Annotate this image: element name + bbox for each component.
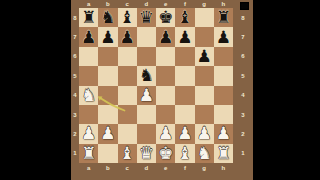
white-king[interactable]: ♚ (158, 144, 173, 161)
white-pawn[interactable]: ♟ (158, 125, 173, 142)
white-pawn[interactable]: ♟ (100, 125, 115, 142)
square-c1[interactable]: ♝ (118, 144, 137, 163)
file-label-d: d (137, 165, 156, 171)
rank-label-5: 5 (233, 66, 253, 85)
file-label-b: b (98, 165, 117, 171)
square-f1[interactable]: ♝ (175, 144, 194, 163)
square-g6[interactable]: ♟ (195, 47, 214, 66)
square-h2[interactable]: ♟ (214, 124, 233, 143)
square-f8[interactable]: ♝ (175, 8, 194, 27)
rank-label-2: 2 (71, 124, 79, 143)
rank-label-5: 5 (71, 66, 79, 85)
square-e4[interactable] (156, 86, 175, 105)
rank-label-3: 3 (71, 105, 79, 124)
square-h8[interactable]: ♜ (214, 8, 233, 27)
square-g2[interactable]: ♟ (195, 124, 214, 143)
rank-label-8: 8 (71, 8, 79, 27)
rank-label-1: 1 (71, 144, 79, 163)
file-label-f: f (175, 165, 194, 171)
black-rook[interactable]: ♜ (81, 9, 96, 26)
file-labels-bottom: abcdefgh (79, 163, 233, 180)
rank-label-6: 6 (71, 47, 79, 66)
white-knight[interactable]: ♞ (197, 144, 212, 161)
square-a8[interactable]: ♜ (79, 8, 98, 27)
square-b5[interactable] (98, 66, 117, 85)
white-rook[interactable]: ♜ (216, 144, 231, 161)
square-c5[interactable] (118, 66, 137, 85)
square-e1[interactable]: ♚ (156, 144, 175, 163)
square-f7[interactable]: ♟ (175, 27, 194, 46)
square-f6[interactable] (175, 47, 194, 66)
file-label-c: c (118, 165, 137, 171)
black-rook[interactable]: ♜ (216, 9, 231, 26)
square-f2[interactable]: ♟ (175, 124, 194, 143)
square-h5[interactable] (214, 66, 233, 85)
black-king[interactable]: ♚ (158, 9, 173, 26)
white-pawn[interactable]: ♟ (177, 125, 192, 142)
square-e8[interactable]: ♚ (156, 8, 175, 27)
square-a1[interactable]: ♜ (79, 144, 98, 163)
square-g5[interactable] (195, 66, 214, 85)
square-h7[interactable]: ♟ (214, 27, 233, 46)
black-bishop[interactable]: ♝ (177, 9, 192, 26)
square-h1[interactable]: ♜ (214, 144, 233, 163)
square-d3[interactable] (137, 105, 156, 124)
square-h6[interactable] (214, 47, 233, 66)
square-a6[interactable] (79, 47, 98, 66)
square-a2[interactable]: ♟ (79, 124, 98, 143)
file-label-a: a (79, 165, 98, 171)
square-b2[interactable]: ♟ (98, 124, 117, 143)
rank-labels-left: 87654321 (71, 8, 79, 163)
white-pawn[interactable]: ♟ (216, 125, 231, 142)
square-e5[interactable] (156, 66, 175, 85)
square-e7[interactable]: ♟ (156, 27, 175, 46)
black-pawn[interactable]: ♟ (197, 47, 212, 64)
square-d7[interactable] (137, 27, 156, 46)
white-pawn[interactable]: ♟ (139, 86, 154, 103)
square-a3[interactable] (79, 105, 98, 124)
square-d6[interactable] (137, 47, 156, 66)
file-label-h: h (214, 165, 233, 171)
black-knight[interactable]: ♞ (100, 9, 115, 26)
square-e2[interactable]: ♟ (156, 124, 175, 143)
rank-label-6: 6 (233, 47, 253, 66)
board-squares: ♜♞♝♛♚♝♜♟♟♟♟♟♟♟♞♞♟♟♟♟♟♟♟♜♝♛♚♝♞♜ (79, 8, 233, 163)
rank-label-1: 1 (233, 144, 253, 163)
square-d2[interactable] (137, 124, 156, 143)
square-f5[interactable] (175, 66, 194, 85)
square-b7[interactable]: ♟ (98, 27, 117, 46)
top-right-black-square-icon (240, 2, 249, 10)
rank-label-4: 4 (233, 86, 253, 105)
rank-label-8: 8 (233, 8, 253, 27)
file-label-e: e (156, 165, 175, 171)
video-frame: abcdefgh abcdefgh 87654321 87654321 ♜♞♝♛… (0, 0, 320, 180)
square-a4[interactable]: ♞ (79, 86, 98, 105)
black-pawn[interactable]: ♟ (120, 28, 135, 45)
white-bishop[interactable]: ♝ (177, 144, 192, 161)
square-f3[interactable] (175, 105, 194, 124)
rank-label-3: 3 (233, 105, 253, 124)
rank-label-7: 7 (233, 27, 253, 46)
white-pawn[interactable]: ♟ (197, 125, 212, 142)
file-label-g: g (195, 165, 214, 171)
rank-labels-right: 87654321 (233, 8, 253, 163)
file-label-g: g (195, 0, 214, 8)
square-g1[interactable]: ♞ (195, 144, 214, 163)
square-e6[interactable] (156, 47, 175, 66)
black-pawn[interactable]: ♟ (216, 28, 231, 45)
black-pawn[interactable]: ♟ (177, 28, 192, 45)
white-queen[interactable]: ♛ (139, 144, 154, 161)
square-b3[interactable] (98, 105, 117, 124)
square-e3[interactable] (156, 105, 175, 124)
square-d5[interactable]: ♞ (137, 66, 156, 85)
square-a7[interactable]: ♟ (79, 27, 98, 46)
square-c8[interactable]: ♝ (118, 8, 137, 27)
white-pawn[interactable]: ♟ (81, 125, 96, 142)
square-c7[interactable]: ♟ (118, 27, 137, 46)
square-c2[interactable] (118, 124, 137, 143)
square-g7[interactable] (195, 27, 214, 46)
black-pawn[interactable]: ♟ (158, 28, 173, 45)
square-g3[interactable] (195, 105, 214, 124)
square-g4[interactable] (195, 86, 214, 105)
square-h4[interactable] (214, 86, 233, 105)
white-bishop[interactable]: ♝ (120, 144, 135, 161)
black-pawn[interactable]: ♟ (81, 28, 96, 45)
white-knight[interactable]: ♞ (81, 86, 96, 103)
square-f4[interactable] (175, 86, 194, 105)
square-h3[interactable] (214, 105, 233, 124)
square-d1[interactable]: ♛ (137, 144, 156, 163)
square-g8[interactable] (195, 8, 214, 27)
chess-board: abcdefgh abcdefgh 87654321 87654321 ♜♞♝♛… (71, 0, 253, 180)
square-c6[interactable] (118, 47, 137, 66)
square-b1[interactable] (98, 144, 117, 163)
square-b6[interactable] (98, 47, 117, 66)
rank-label-4: 4 (71, 86, 79, 105)
rank-label-7: 7 (71, 27, 79, 46)
white-rook[interactable]: ♜ (81, 144, 96, 161)
square-d4[interactable]: ♟ (137, 86, 156, 105)
square-a5[interactable] (79, 66, 98, 85)
square-c3[interactable] (118, 105, 137, 124)
rank-label-2: 2 (233, 124, 253, 143)
square-b8[interactable]: ♞ (98, 8, 117, 27)
black-queen[interactable]: ♛ (139, 9, 154, 26)
square-b4[interactable] (98, 86, 117, 105)
black-knight[interactable]: ♞ (139, 67, 154, 84)
square-c4[interactable] (118, 86, 137, 105)
black-pawn[interactable]: ♟ (100, 28, 115, 45)
square-d8[interactable]: ♛ (137, 8, 156, 27)
black-bishop[interactable]: ♝ (120, 9, 135, 26)
